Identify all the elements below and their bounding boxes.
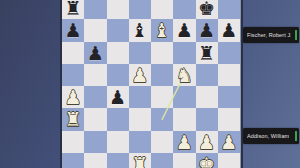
white-king-g1[interactable]: ♚	[198, 153, 215, 168]
white-pawn-g2[interactable]: ♟	[198, 131, 215, 153]
black-king-g8[interactable]: ♚	[198, 0, 215, 19]
player-name-top: Fischer, Robert J.	[243, 32, 291, 38]
black-pawn-b6[interactable]: ♟	[87, 42, 104, 64]
player-status-bar-top	[295, 30, 298, 40]
square-e4[interactable]	[151, 86, 173, 108]
square-f7[interactable]: ♟	[173, 19, 195, 41]
black-bishop-d7[interactable]: ♝	[131, 19, 148, 41]
square-a3[interactable]: ♜	[62, 108, 84, 130]
square-e7[interactable]: ♝	[151, 19, 173, 41]
white-pawn-a4[interactable]: ♟	[65, 86, 82, 108]
square-f6[interactable]	[173, 42, 195, 64]
square-b2[interactable]	[84, 131, 106, 153]
square-b8[interactable]	[84, 0, 106, 19]
square-c4[interactable]: ♟	[107, 86, 129, 108]
square-g4[interactable]	[196, 86, 218, 108]
square-g1[interactable]: ♚	[196, 153, 218, 168]
square-c3[interactable]	[107, 108, 129, 130]
square-c8[interactable]	[107, 0, 129, 19]
white-pawn-f2[interactable]: ♟	[176, 131, 193, 153]
square-c2[interactable]	[107, 131, 129, 153]
player-plate-top: Fischer, Robert J.	[243, 27, 299, 43]
white-knight-f5[interactable]: ♞	[176, 64, 193, 86]
black-pawn-a7[interactable]: ♟	[65, 19, 82, 41]
square-e8[interactable]	[151, 0, 173, 19]
square-h5[interactable]	[218, 64, 240, 86]
black-pawn-c4[interactable]: ♟	[109, 86, 126, 108]
square-h2[interactable]: ♟	[218, 131, 240, 153]
white-rook-a3[interactable]: ♜	[65, 108, 82, 130]
square-h1[interactable]	[218, 153, 240, 168]
player-status-bar-bottom	[295, 131, 298, 141]
square-f5[interactable]: ♞	[173, 64, 195, 86]
square-a4[interactable]: ♟	[62, 86, 84, 108]
square-g3[interactable]	[196, 108, 218, 130]
square-d3[interactable]	[129, 108, 151, 130]
square-h6[interactable]	[218, 42, 240, 64]
square-b6[interactable]: ♟	[84, 42, 106, 64]
square-d1[interactable]: ♜	[129, 153, 151, 168]
square-b1[interactable]	[84, 153, 106, 168]
square-b3[interactable]	[84, 108, 106, 130]
square-h3[interactable]	[218, 108, 240, 130]
square-e1[interactable]	[151, 153, 173, 168]
square-b4[interactable]	[84, 86, 106, 108]
square-b5[interactable]	[84, 64, 106, 86]
square-g5[interactable]	[196, 64, 218, 86]
square-h8[interactable]	[218, 0, 240, 19]
black-pawn-h7[interactable]: ♟	[220, 19, 237, 41]
black-pawn-f7[interactable]: ♟	[176, 19, 193, 41]
square-d8[interactable]	[129, 0, 151, 19]
square-g2[interactable]: ♟	[196, 131, 218, 153]
square-f8[interactable]	[173, 0, 195, 19]
square-c6[interactable]	[107, 42, 129, 64]
white-rook-d1[interactable]: ♜	[131, 153, 148, 168]
square-d5[interactable]: ♟	[129, 64, 151, 86]
square-a1[interactable]	[62, 153, 84, 168]
square-e2[interactable]	[151, 131, 173, 153]
square-d7[interactable]: ♝	[129, 19, 151, 41]
square-h4[interactable]	[218, 86, 240, 108]
square-d2[interactable]	[129, 131, 151, 153]
square-h7[interactable]: ♟	[218, 19, 240, 41]
square-g8[interactable]: ♚	[196, 0, 218, 19]
square-e5[interactable]	[151, 64, 173, 86]
chess-board[interactable]: ♜♚♟♝♝♟♟♟♟♜♟♞♟♟♜♟♟♟♜♚	[62, 0, 240, 168]
black-rook-a8[interactable]: ♜	[65, 0, 82, 19]
square-a2[interactable]	[62, 131, 84, 153]
square-a8[interactable]: ♜	[62, 0, 84, 19]
chess-app-screen: ♜♚♟♝♝♟♟♟♟♜♟♞♟♟♜♟♟♟♜♚ Fischer, Robert J. …	[0, 0, 300, 168]
square-a7[interactable]: ♟	[62, 19, 84, 41]
white-pawn-d5[interactable]: ♟	[131, 64, 148, 86]
square-e6[interactable]	[151, 42, 173, 64]
square-e3[interactable]	[151, 108, 173, 130]
square-g7[interactable]: ♟	[196, 19, 218, 41]
square-f1[interactable]	[173, 153, 195, 168]
square-c1[interactable]	[107, 153, 129, 168]
square-d6[interactable]	[129, 42, 151, 64]
black-rook-g6[interactable]: ♜	[198, 42, 215, 64]
square-f3[interactable]	[173, 108, 195, 130]
square-a6[interactable]	[62, 42, 84, 64]
square-f4[interactable]	[173, 86, 195, 108]
square-f2[interactable]: ♟	[173, 131, 195, 153]
square-b7[interactable]	[84, 19, 106, 41]
square-g6[interactable]: ♜	[196, 42, 218, 64]
square-c5[interactable]	[107, 64, 129, 86]
black-pawn-g7[interactable]: ♟	[198, 19, 215, 41]
square-c7[interactable]	[107, 19, 129, 41]
white-bishop-e7[interactable]: ♝	[154, 19, 171, 41]
square-a5[interactable]	[62, 64, 84, 86]
player-name-bottom: Addison, William	[243, 133, 289, 139]
square-d4[interactable]	[129, 86, 151, 108]
player-plate-bottom: Addison, William	[243, 128, 299, 144]
white-pawn-h2[interactable]: ♟	[220, 131, 237, 153]
